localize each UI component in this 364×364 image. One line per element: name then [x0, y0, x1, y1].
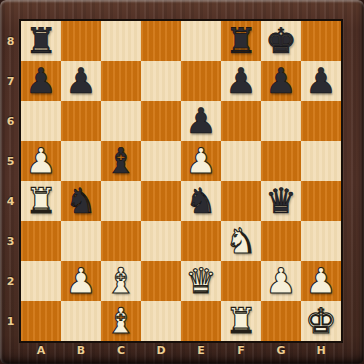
- piece-white-bishop[interactable]: ♝: [105, 301, 136, 341]
- square-d5[interactable]: [141, 141, 181, 181]
- square-f2[interactable]: [221, 261, 261, 301]
- file-label-a: A: [21, 341, 61, 360]
- piece-white-rook[interactable]: ♜: [25, 181, 56, 221]
- square-a2[interactable]: [21, 261, 61, 301]
- square-a3[interactable]: [21, 221, 61, 261]
- piece-white-king[interactable]: ♚: [305, 301, 336, 341]
- square-d6[interactable]: [141, 101, 181, 141]
- rank-labels: 87654321: [0, 21, 21, 341]
- square-h1[interactable]: ♚: [301, 301, 341, 341]
- square-d7[interactable]: [141, 61, 181, 101]
- rank-label-2: 2: [0, 261, 21, 301]
- square-b5[interactable]: [61, 141, 101, 181]
- rank-label-8: 8: [0, 21, 21, 61]
- file-label-e: E: [181, 341, 221, 360]
- square-b3[interactable]: [61, 221, 101, 261]
- piece-white-pawn[interactable]: ♟: [25, 141, 56, 181]
- piece-black-queen[interactable]: ♛: [265, 181, 296, 221]
- square-d2[interactable]: [141, 261, 181, 301]
- piece-white-pawn[interactable]: ♟: [265, 261, 296, 301]
- file-label-h: H: [301, 341, 341, 360]
- piece-white-pawn[interactable]: ♟: [305, 261, 336, 301]
- piece-black-knight[interactable]: ♞: [185, 181, 216, 221]
- square-c7[interactable]: [101, 61, 141, 101]
- square-a7[interactable]: ♟: [21, 61, 61, 101]
- square-h5[interactable]: [301, 141, 341, 181]
- square-b8[interactable]: [61, 21, 101, 61]
- file-label-c: C: [101, 341, 141, 360]
- square-b1[interactable]: [61, 301, 101, 341]
- square-f5[interactable]: [221, 141, 261, 181]
- square-d4[interactable]: [141, 181, 181, 221]
- square-g4[interactable]: ♛: [261, 181, 301, 221]
- piece-white-knight[interactable]: ♞: [225, 221, 256, 261]
- piece-white-pawn[interactable]: ♟: [185, 141, 216, 181]
- piece-black-pawn[interactable]: ♟: [305, 61, 336, 101]
- square-c6[interactable]: [101, 101, 141, 141]
- piece-black-pawn[interactable]: ♟: [65, 61, 96, 101]
- square-h2[interactable]: ♟: [301, 261, 341, 301]
- square-a6[interactable]: [21, 101, 61, 141]
- chess-board[interactable]: ♜♜♚♟♟♟♟♟♟♟♝♟♜♞♞♛♞♟♝♛♟♟♝♜♚: [21, 21, 341, 341]
- piece-black-rook[interactable]: ♜: [225, 21, 256, 61]
- square-e2[interactable]: ♛: [181, 261, 221, 301]
- piece-black-knight[interactable]: ♞: [65, 181, 96, 221]
- square-g5[interactable]: [261, 141, 301, 181]
- square-a4[interactable]: ♜: [21, 181, 61, 221]
- square-e8[interactable]: [181, 21, 221, 61]
- square-a5[interactable]: ♟: [21, 141, 61, 181]
- square-e3[interactable]: [181, 221, 221, 261]
- square-b6[interactable]: [61, 101, 101, 141]
- square-d3[interactable]: [141, 221, 181, 261]
- piece-black-pawn[interactable]: ♟: [185, 101, 216, 141]
- square-b7[interactable]: ♟: [61, 61, 101, 101]
- square-d1[interactable]: [141, 301, 181, 341]
- square-b4[interactable]: ♞: [61, 181, 101, 221]
- piece-black-bishop[interactable]: ♝: [105, 141, 136, 181]
- rank-label-6: 6: [0, 101, 21, 141]
- rank-label-3: 3: [0, 221, 21, 261]
- piece-white-pawn[interactable]: ♟: [65, 261, 96, 301]
- piece-black-rook[interactable]: ♜: [25, 21, 56, 61]
- file-label-d: D: [141, 341, 181, 360]
- square-e1[interactable]: [181, 301, 221, 341]
- square-a1[interactable]: [21, 301, 61, 341]
- piece-black-pawn[interactable]: ♟: [25, 61, 56, 101]
- square-g3[interactable]: [261, 221, 301, 261]
- square-g1[interactable]: [261, 301, 301, 341]
- square-d8[interactable]: [141, 21, 181, 61]
- square-c5[interactable]: ♝: [101, 141, 141, 181]
- square-g2[interactable]: ♟: [261, 261, 301, 301]
- square-e4[interactable]: ♞: [181, 181, 221, 221]
- square-c4[interactable]: [101, 181, 141, 221]
- square-c3[interactable]: [101, 221, 141, 261]
- piece-white-bishop[interactable]: ♝: [105, 261, 136, 301]
- rank-label-1: 1: [0, 301, 21, 341]
- square-b2[interactable]: ♟: [61, 261, 101, 301]
- square-h7[interactable]: ♟: [301, 61, 341, 101]
- square-f7[interactable]: ♟: [221, 61, 261, 101]
- square-c2[interactable]: ♝: [101, 261, 141, 301]
- file-label-b: B: [61, 341, 101, 360]
- wooden-frame: 87654321 ♜♜♚♟♟♟♟♟♟♟♝♟♜♞♞♛♞♟♝♛♟♟♝♜♚ ABCDE…: [0, 0, 364, 364]
- square-f8[interactable]: ♜: [221, 21, 261, 61]
- rank-label-7: 7: [0, 61, 21, 101]
- piece-black-pawn[interactable]: ♟: [225, 61, 256, 101]
- square-g6[interactable]: [261, 101, 301, 141]
- square-h3[interactable]: [301, 221, 341, 261]
- piece-white-rook[interactable]: ♜: [225, 301, 256, 341]
- square-a8[interactable]: ♜: [21, 21, 61, 61]
- piece-black-pawn[interactable]: ♟: [265, 61, 296, 101]
- square-f1[interactable]: ♜: [221, 301, 261, 341]
- file-label-f: F: [221, 341, 261, 360]
- square-g7[interactable]: ♟: [261, 61, 301, 101]
- square-g8[interactable]: ♚: [261, 21, 301, 61]
- square-e7[interactable]: [181, 61, 221, 101]
- square-c8[interactable]: [101, 21, 141, 61]
- piece-white-queen[interactable]: ♛: [185, 261, 216, 301]
- square-h4[interactable]: [301, 181, 341, 221]
- square-h6[interactable]: [301, 101, 341, 141]
- square-f6[interactable]: [221, 101, 261, 141]
- square-e6[interactable]: ♟: [181, 101, 221, 141]
- rank-label-5: 5: [0, 141, 21, 181]
- square-c1[interactable]: ♝: [101, 301, 141, 341]
- square-f4[interactable]: [221, 181, 261, 221]
- square-h8[interactable]: [301, 21, 341, 61]
- rank-label-4: 4: [0, 181, 21, 221]
- square-e5[interactable]: ♟: [181, 141, 221, 181]
- square-f3[interactable]: ♞: [221, 221, 261, 261]
- piece-black-king[interactable]: ♚: [265, 21, 296, 61]
- file-label-g: G: [261, 341, 301, 360]
- file-labels: ABCDEFGH: [21, 341, 341, 360]
